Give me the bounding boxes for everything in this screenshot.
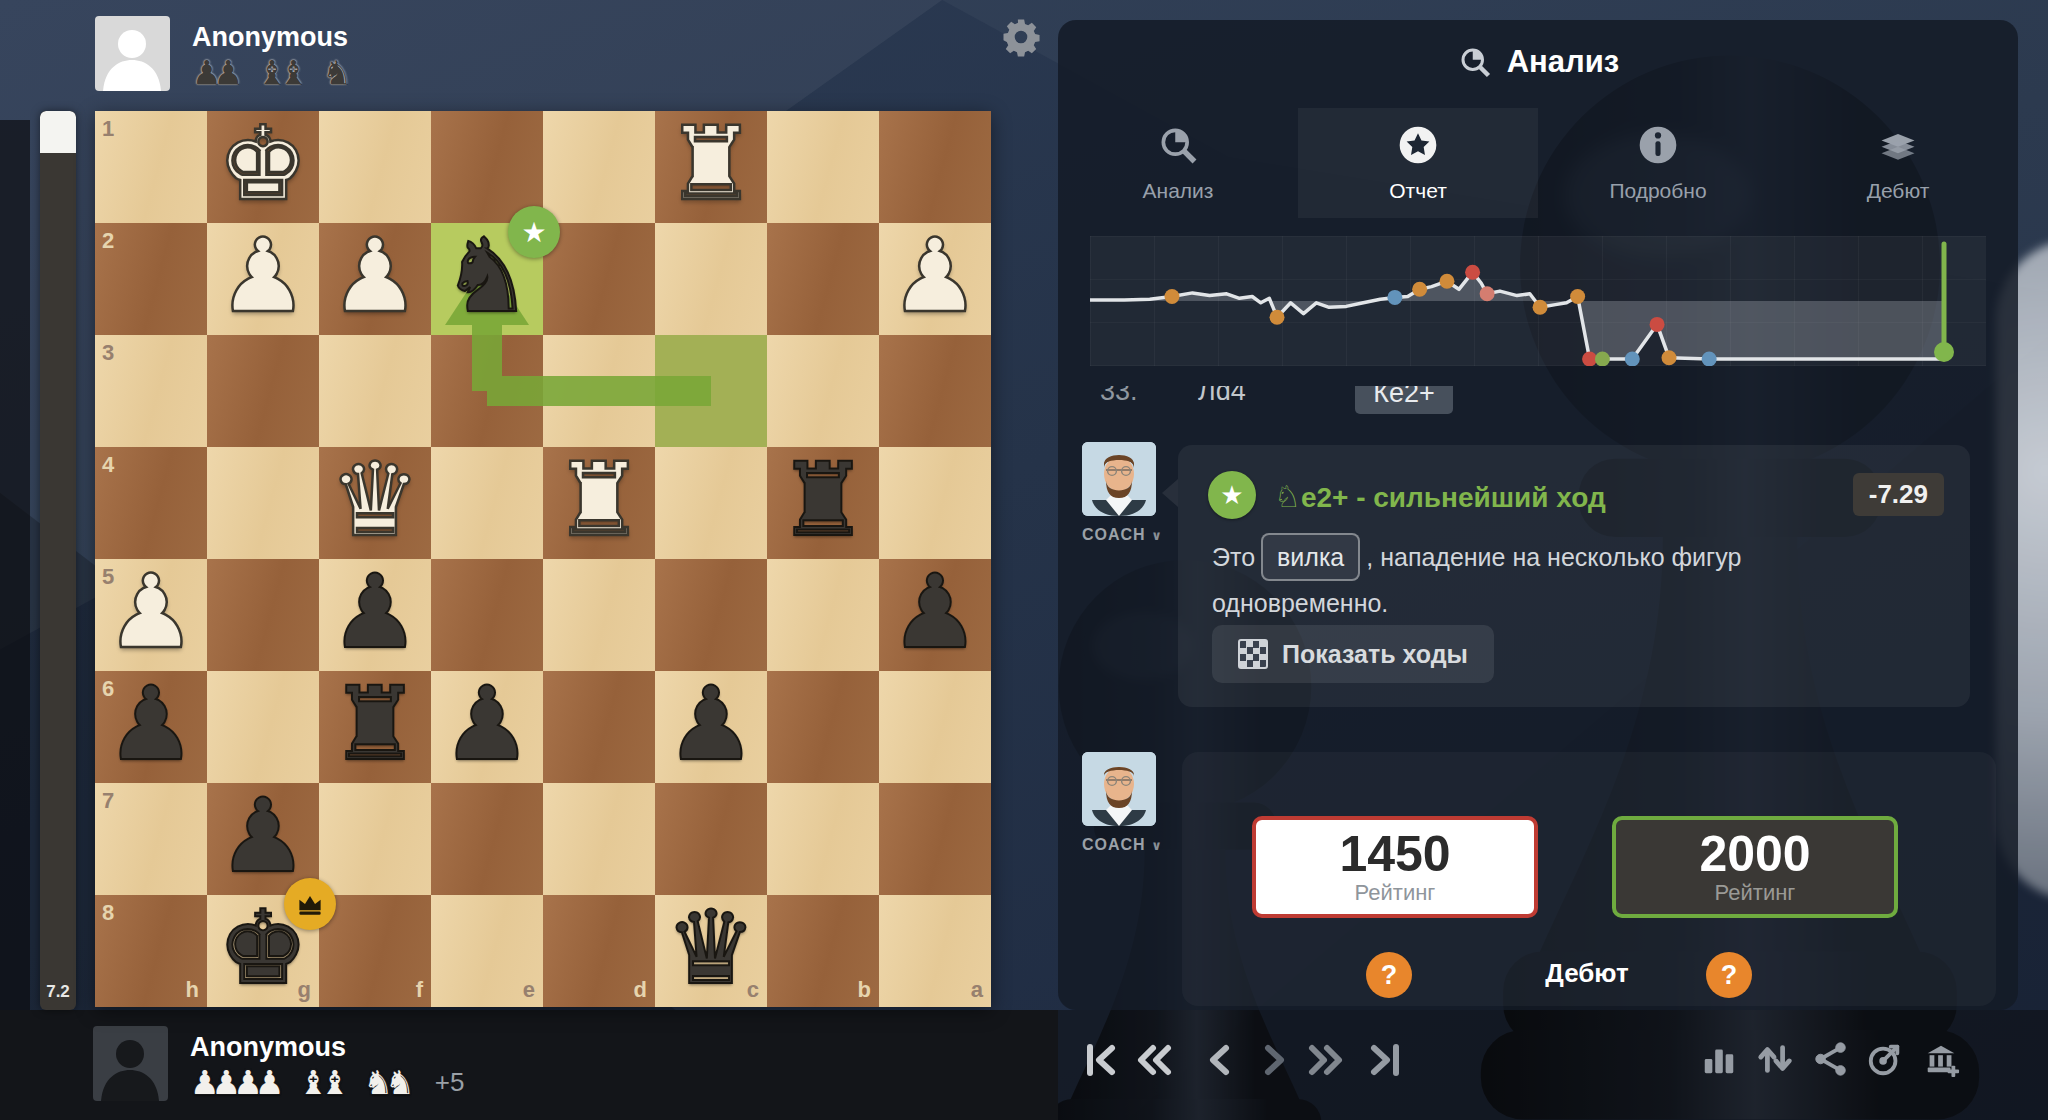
rank-label-5: 5 — [102, 564, 114, 590]
chess-board[interactable]: 12345678hgfedcba ♚♜♟♟♞♟♛♜♜♟♟♟♟♜♟♟♟♚♛ ★ — [95, 111, 991, 1007]
rank-label-4: 4 — [102, 452, 114, 478]
evaluation-bar-white — [40, 111, 76, 153]
file-label-f: f — [416, 977, 423, 1003]
settings-gear-icon[interactable] — [1000, 16, 1042, 58]
square-b6[interactable] — [767, 671, 879, 783]
square-e6[interactable] — [431, 671, 543, 783]
captured-pieces-row: ♟♟♟♟♝♝♞♞+5 — [190, 1064, 464, 1100]
rating-value: 2000 — [1699, 828, 1810, 880]
best-move-star-icon: ★ — [1208, 471, 1256, 519]
square-g4[interactable] — [207, 447, 319, 559]
stats-icon[interactable] — [1700, 1040, 1738, 1078]
captured-bishops: ♝♝ — [257, 53, 300, 92]
ratings-card: 1450 Рейтинг 2000 Рейтинг ? Дебют ? — [1182, 752, 1996, 1006]
square-d4[interactable] — [543, 447, 655, 559]
skip-end-button[interactable] — [1364, 1040, 1404, 1080]
captured-bishops: ♝♝ — [298, 1063, 341, 1102]
fast-back-button[interactable] — [1134, 1040, 1174, 1080]
square-h6[interactable]: 6 — [95, 671, 207, 783]
avatar[interactable] — [95, 16, 170, 91]
chess-analysis-app: Anonymous ♟♟♝♝♞ Anonymous ♟♟♟♟♝♝♞♞+5 7.2… — [0, 0, 2048, 1120]
square-c3[interactable] — [655, 335, 767, 447]
evaluation-graph[interactable] — [1090, 236, 1986, 366]
square-b7[interactable] — [767, 783, 879, 895]
square-d7[interactable] — [543, 783, 655, 895]
player-name[interactable]: Anonymous — [192, 22, 352, 52]
rank-label-2: 2 — [102, 228, 114, 254]
skip-start-button[interactable] — [1082, 1040, 1122, 1080]
square-e1[interactable] — [431, 111, 543, 223]
square-g5[interactable] — [207, 559, 319, 671]
rank-label-6: 6 — [102, 676, 114, 702]
square-c1[interactable] — [655, 111, 767, 223]
material-advantage: +5 — [435, 1067, 465, 1098]
square-a6[interactable] — [879, 671, 991, 783]
rating-box-player: 1450 Рейтинг — [1252, 816, 1538, 918]
file-label-h: h — [186, 977, 199, 1003]
square-a3[interactable] — [879, 335, 991, 447]
coach-comment-bubble: ★ ♘e2+ - сильнейший ход -7.29 Этовилка, … — [1178, 445, 1970, 707]
opening-label: Дебют — [1482, 958, 1692, 989]
move-black-selected[interactable]: Ке2+ — [1355, 372, 1453, 414]
player-card-bottom: Anonymous ♟♟♟♟♝♝♞♞+5 — [93, 1026, 464, 1101]
rating-label: Рейтинг — [1355, 880, 1436, 906]
term-chip-fork[interactable]: вилка — [1261, 533, 1360, 581]
square-f1[interactable] — [319, 111, 431, 223]
fast-forward-button[interactable] — [1306, 1040, 1346, 1080]
square-e7[interactable] — [431, 783, 543, 895]
square-a8[interactable]: a — [879, 895, 991, 1007]
forward-button[interactable] — [1254, 1040, 1294, 1080]
square-b4[interactable] — [767, 447, 879, 559]
share-icon[interactable] — [1812, 1040, 1850, 1078]
tab-label: Дебют — [1867, 179, 1930, 203]
tab-label: Подробно — [1609, 179, 1706, 203]
player-name[interactable]: Anonymous — [190, 1032, 464, 1062]
square-h8[interactable]: 8h — [95, 895, 207, 1007]
left-shadow — [0, 120, 30, 1010]
rank-label-3: 3 — [102, 340, 114, 366]
square-c2[interactable] — [655, 223, 767, 335]
square-c7[interactable] — [655, 783, 767, 895]
info-icon — [1636, 123, 1680, 167]
panel-header: Анализ — [1058, 44, 2018, 80]
back-button[interactable] — [1200, 1040, 1240, 1080]
square-d2[interactable] — [543, 223, 655, 335]
square-f4[interactable] — [319, 447, 431, 559]
tab-label: Анализ — [1143, 179, 1214, 203]
square-f2[interactable] — [319, 223, 431, 335]
analysis-magnifier-icon — [1457, 44, 1493, 80]
file-label-e: e — [523, 977, 535, 1003]
square-a4[interactable] — [879, 447, 991, 559]
square-e5[interactable] — [431, 559, 543, 671]
chevron-down-icon: ∨ — [1151, 528, 1163, 543]
square-d6[interactable] — [543, 671, 655, 783]
rank-label-8: 8 — [102, 900, 114, 926]
bubble-tail — [1162, 479, 1178, 507]
best-move-title: ♘e2+ - сильнейший ход — [1274, 479, 1606, 514]
rank-label-7: 7 — [102, 788, 114, 814]
knight-glyph: ♘ — [1274, 479, 1301, 514]
square-f7[interactable] — [319, 783, 431, 895]
square-a2[interactable] — [879, 223, 991, 335]
square-a1[interactable] — [879, 111, 991, 223]
square-h5[interactable]: 5 — [95, 559, 207, 671]
square-e8[interactable]: e — [431, 895, 543, 1007]
file-label-d: d — [634, 977, 647, 1003]
square-d3[interactable] — [543, 335, 655, 447]
coach-avatar[interactable] — [1082, 442, 1156, 516]
square-g6[interactable] — [207, 671, 319, 783]
tab-analysis[interactable]: Анализ — [1058, 108, 1298, 218]
avatar[interactable] — [93, 1026, 168, 1101]
tab-report[interactable]: Отчет — [1298, 108, 1538, 218]
square-e4[interactable] — [431, 447, 543, 559]
square-b3[interactable] — [767, 335, 879, 447]
magnifier-icon — [1156, 123, 1200, 167]
move-white[interactable]: Лd4 — [1198, 376, 1246, 407]
square-b2[interactable] — [767, 223, 879, 335]
books-icon — [1876, 123, 1920, 167]
chevron-down-icon: ∨ — [1151, 838, 1163, 853]
square-d8[interactable]: d — [543, 895, 655, 1007]
square-h7[interactable]: 7 — [95, 783, 207, 895]
help-icon[interactable]: ? — [1706, 952, 1752, 998]
square-g3[interactable] — [207, 335, 319, 447]
file-label-g: g — [298, 977, 311, 1003]
library-icon[interactable] — [1922, 1040, 1960, 1078]
file-label-c: c — [747, 977, 759, 1003]
square-e2[interactable] — [431, 223, 543, 335]
square-f5[interactable] — [319, 559, 431, 671]
panel-title: Анализ — [1507, 44, 1620, 80]
show-moves-button[interactable]: Показать ходы — [1212, 625, 1494, 683]
square-c6[interactable] — [655, 671, 767, 783]
player-card-top: Anonymous ♟♟♝♝♞ — [95, 16, 352, 91]
rating-value: 1450 — [1339, 828, 1450, 880]
coach-avatar[interactable] — [1082, 752, 1156, 826]
square-h1[interactable]: 1 — [95, 111, 207, 223]
rank-label-1: 1 — [102, 116, 114, 142]
coach-label[interactable]: COACH ∨ — [1082, 836, 1163, 854]
practice-icon[interactable] — [1866, 1040, 1904, 1078]
rating-box-opponent: 2000 Рейтинг — [1612, 816, 1898, 918]
captured-pawns: ♟♟♟♟ — [190, 1063, 276, 1102]
tab-opening[interactable]: Дебют — [1778, 108, 2018, 218]
square-b5[interactable] — [767, 559, 879, 671]
square-d1[interactable] — [543, 111, 655, 223]
board-icon — [1238, 639, 1268, 669]
square-g8[interactable]: g — [207, 895, 319, 1007]
evaluation-badge: -7.29 — [1853, 473, 1944, 516]
captured-knights: ♞♞ — [364, 1063, 407, 1102]
evaluation-value: 7.2 — [40, 982, 76, 1002]
square-f3[interactable] — [319, 335, 431, 447]
square-a7[interactable] — [879, 783, 991, 895]
square-b1[interactable] — [767, 111, 879, 223]
tab-label: Отчет — [1389, 179, 1447, 203]
rating-label: Рейтинг — [1715, 880, 1796, 906]
star-circle-icon — [1396, 123, 1440, 167]
file-label-a: a — [971, 977, 983, 1003]
captured-pawns: ♟♟ — [192, 53, 235, 92]
coach-comment-text: Этовилка, нападение на несколько фигур о… — [1212, 533, 1862, 625]
captured-knights: ♞ — [322, 53, 344, 92]
square-f8[interactable]: f — [319, 895, 431, 1007]
flip-board-icon[interactable] — [1756, 1040, 1794, 1078]
evaluation-bar[interactable]: 7.2 — [40, 111, 76, 1010]
square-a5[interactable] — [879, 559, 991, 671]
square-f6[interactable] — [319, 671, 431, 783]
square-g2[interactable] — [207, 223, 319, 335]
analysis-panel: Анализ Анализ Отчет — [1058, 20, 2018, 1010]
square-c8[interactable]: c — [655, 895, 767, 1007]
file-label-b: b — [858, 977, 871, 1003]
tab-details[interactable]: Подробно — [1538, 108, 1778, 218]
captured-pieces-row: ♟♟♝♝♞ — [192, 54, 352, 90]
square-b8[interactable]: b — [767, 895, 879, 1007]
coach-label[interactable]: COACH ∨ — [1082, 526, 1163, 544]
square-e3[interactable] — [431, 335, 543, 447]
help-icon[interactable]: ? — [1366, 952, 1412, 998]
square-d5[interactable] — [543, 559, 655, 671]
square-h4[interactable]: 4 — [95, 447, 207, 559]
square-c4[interactable] — [655, 447, 767, 559]
square-g1[interactable] — [207, 111, 319, 223]
tab-bar: Анализ Отчет Подробно — [1058, 108, 2018, 218]
square-h3[interactable]: 3 — [95, 335, 207, 447]
move-number: 33. — [1100, 376, 1138, 407]
move-list-row: 33. Лd4 Ке2+ — [1058, 372, 2018, 420]
square-c5[interactable] — [655, 559, 767, 671]
square-h2[interactable]: 2 — [95, 223, 207, 335]
square-g7[interactable] — [207, 783, 319, 895]
